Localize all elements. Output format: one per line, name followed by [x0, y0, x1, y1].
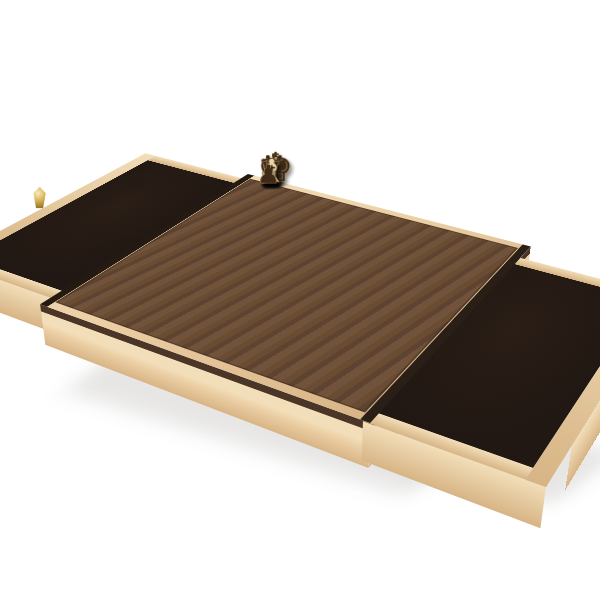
- scene-viewport: ♞♜♚♜♟♛♞♟♞♞♟♟♝♝♛♚♟♟♝♟♟♜♟♟♟♟♜♟♟♝♟♟: [0, 0, 600, 600]
- product-photo-chess-set: ♞♜♚♜♟♛♞♟♞♞♟♟♝♝♛♚♟♟♝♟♟♜♟♟♟♟♜♟♟♝♟♟: [0, 0, 600, 600]
- left-drawer-brass-handle-icon[interactable]: [32, 187, 48, 208]
